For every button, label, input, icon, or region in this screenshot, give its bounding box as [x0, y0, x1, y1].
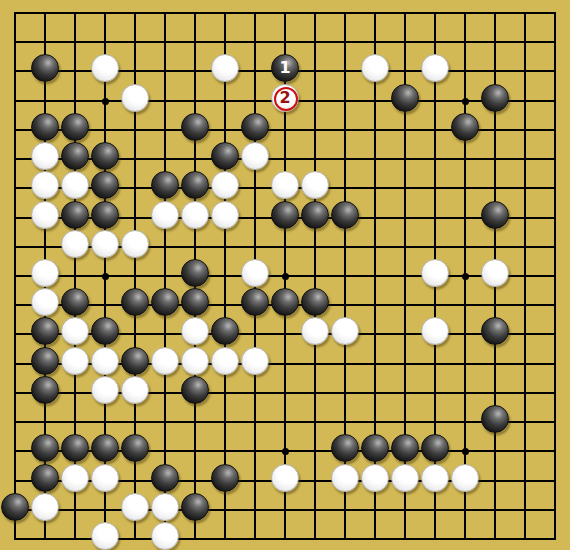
stone-black	[121, 288, 149, 316]
stone-white	[391, 464, 419, 492]
stone-white	[241, 259, 269, 287]
stone-white	[61, 347, 89, 375]
grid-line-horizontal	[14, 509, 556, 511]
stone-black	[271, 201, 299, 229]
stone-white	[61, 317, 89, 345]
stone-white	[151, 522, 179, 550]
stone-black	[211, 317, 239, 345]
stone-white	[241, 347, 269, 375]
stone-white	[121, 230, 149, 258]
stone-black	[91, 317, 119, 345]
stone-white	[421, 259, 449, 287]
stone-black	[61, 113, 89, 141]
stone-white	[31, 201, 59, 229]
stone-black	[391, 84, 419, 112]
stone-white	[421, 54, 449, 82]
stone-black	[31, 347, 59, 375]
stone-black	[241, 113, 269, 141]
stone-black	[61, 288, 89, 316]
stone-white	[61, 171, 89, 199]
stone-black	[1, 493, 29, 521]
stone-black	[211, 142, 239, 170]
star-point	[462, 273, 469, 280]
stone-black	[481, 84, 509, 112]
stone-black	[301, 288, 329, 316]
stone-white	[61, 230, 89, 258]
stone-black	[61, 434, 89, 462]
stone-black	[481, 405, 509, 433]
stone-white	[331, 464, 359, 492]
stone-white	[121, 84, 149, 112]
stone-black	[151, 171, 179, 199]
grid-line-horizontal	[14, 421, 556, 423]
stone-black	[31, 317, 59, 345]
stone-black	[331, 434, 359, 462]
stone-white	[31, 493, 59, 521]
stone-black	[91, 201, 119, 229]
stone-black	[31, 376, 59, 404]
stone-black	[61, 201, 89, 229]
stone-white	[211, 201, 239, 229]
stone-white	[211, 347, 239, 375]
stone-black	[181, 288, 209, 316]
move-2-stone: 2	[271, 84, 299, 112]
stone-white	[31, 288, 59, 316]
stone-white	[361, 54, 389, 82]
stone-white	[151, 347, 179, 375]
grid-line-vertical	[524, 12, 526, 540]
stone-white	[211, 54, 239, 82]
stone-black	[331, 201, 359, 229]
stone-white	[61, 464, 89, 492]
stone-white	[181, 317, 209, 345]
move-1-stone: 1	[271, 54, 299, 82]
go-board[interactable]: 12	[0, 0, 570, 550]
grid-line-vertical	[554, 12, 556, 540]
move-1-label: 1	[279, 60, 290, 76]
star-point	[282, 448, 289, 455]
stone-black	[181, 376, 209, 404]
stone-black	[241, 288, 269, 316]
stone-white	[151, 201, 179, 229]
stone-white	[301, 171, 329, 199]
grid-line-vertical	[314, 12, 316, 540]
stone-white	[121, 493, 149, 521]
stone-black	[481, 201, 509, 229]
star-point	[462, 98, 469, 105]
stone-white	[211, 171, 239, 199]
stone-black	[481, 317, 509, 345]
stone-white	[91, 230, 119, 258]
stone-white	[91, 464, 119, 492]
stone-black	[121, 347, 149, 375]
stone-black	[181, 113, 209, 141]
stone-white	[181, 347, 209, 375]
stone-black	[451, 113, 479, 141]
stone-black	[391, 434, 419, 462]
stone-black	[121, 434, 149, 462]
stone-black	[361, 434, 389, 462]
stone-white	[421, 464, 449, 492]
stone-white	[421, 317, 449, 345]
stone-black	[271, 288, 299, 316]
stone-white	[121, 376, 149, 404]
star-point	[102, 273, 109, 280]
stone-white	[91, 376, 119, 404]
stone-white	[241, 142, 269, 170]
stone-black	[151, 464, 179, 492]
stone-black	[31, 113, 59, 141]
stone-white	[271, 464, 299, 492]
stone-white	[91, 347, 119, 375]
stone-black	[31, 464, 59, 492]
stone-white	[91, 54, 119, 82]
stone-black	[31, 54, 59, 82]
star-point	[102, 98, 109, 105]
star-point	[462, 448, 469, 455]
stone-white	[91, 522, 119, 550]
stone-white	[361, 464, 389, 492]
stone-black	[181, 171, 209, 199]
stone-black	[211, 464, 239, 492]
move-2-label: 2	[279, 90, 290, 106]
stone-black	[181, 259, 209, 287]
stone-black	[91, 434, 119, 462]
stone-black	[301, 201, 329, 229]
star-point	[282, 273, 289, 280]
stone-black	[181, 493, 209, 521]
stone-white	[31, 142, 59, 170]
stone-white	[271, 171, 299, 199]
stone-black	[91, 171, 119, 199]
stone-white	[151, 493, 179, 521]
stone-black	[151, 288, 179, 316]
stone-black	[421, 434, 449, 462]
stone-white	[451, 464, 479, 492]
stone-black	[61, 142, 89, 170]
stone-white	[301, 317, 329, 345]
stone-white	[331, 317, 359, 345]
stone-white	[481, 259, 509, 287]
stone-black	[31, 434, 59, 462]
stone-white	[181, 201, 209, 229]
stone-white	[31, 259, 59, 287]
stone-black	[91, 142, 119, 170]
stone-white	[31, 171, 59, 199]
